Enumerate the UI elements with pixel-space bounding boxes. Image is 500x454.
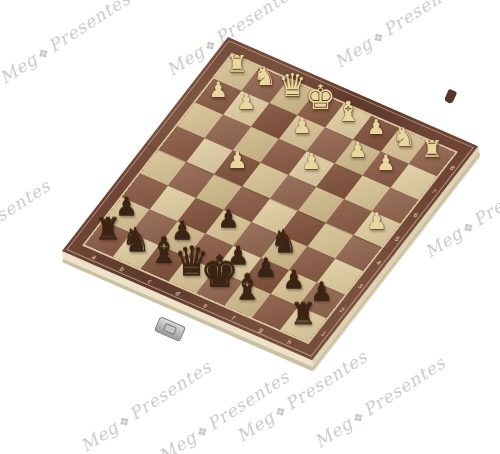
black-knight-b1[interactable]: ♞ xyxy=(121,223,151,256)
white-knight-b8[interactable]: ♞ xyxy=(253,63,276,89)
product-photo: Meg❖PresentesMeg❖PresentesMeg❖PresentesM… xyxy=(0,0,500,454)
black-bishop-f1[interactable]: ♝ xyxy=(232,270,263,305)
watermark: Meg❖Presentes xyxy=(331,0,469,72)
white-pawn-c5[interactable]: ♟ xyxy=(227,149,248,172)
white-king-d8[interactable]: ♚ xyxy=(305,81,335,115)
white-queen-c8[interactable]: ♛ xyxy=(278,70,306,102)
white-rook-h8[interactable]: ♜ xyxy=(421,138,442,162)
white-pawn-d7[interactable]: ♟ xyxy=(292,115,311,136)
white-pawn-a7[interactable]: ♟ xyxy=(209,79,228,100)
latch-clasp-icon xyxy=(154,316,186,342)
white-bishop-e8[interactable]: ♝ xyxy=(336,98,361,126)
white-pawn-b7[interactable]: ♟ xyxy=(237,91,256,112)
white-pawn-g7[interactable]: ♟ xyxy=(376,152,395,173)
black-rook-a1[interactable]: ♜ xyxy=(95,213,122,243)
black-rook-h1[interactable]: ♜ xyxy=(290,298,317,328)
white-pawn-f8[interactable]: ♟ xyxy=(367,116,385,137)
white-pawn-h5[interactable]: ♟ xyxy=(367,210,388,233)
fold-clasp-icon xyxy=(444,89,458,105)
white-knight-g8[interactable]: ♞ xyxy=(392,124,415,150)
black-pawn-g2[interactable]: ♟ xyxy=(282,267,305,292)
white-pawn-e6[interactable]: ♟ xyxy=(302,150,322,172)
watermark: Meg❖Presentes xyxy=(0,0,134,88)
white-pawn-f7[interactable]: ♟ xyxy=(348,139,367,160)
black-pawn-d3[interactable]: ♟ xyxy=(218,207,240,231)
white-rook-a8[interactable]: ♜ xyxy=(226,53,247,77)
watermark: Meg❖Presentes xyxy=(0,175,54,275)
